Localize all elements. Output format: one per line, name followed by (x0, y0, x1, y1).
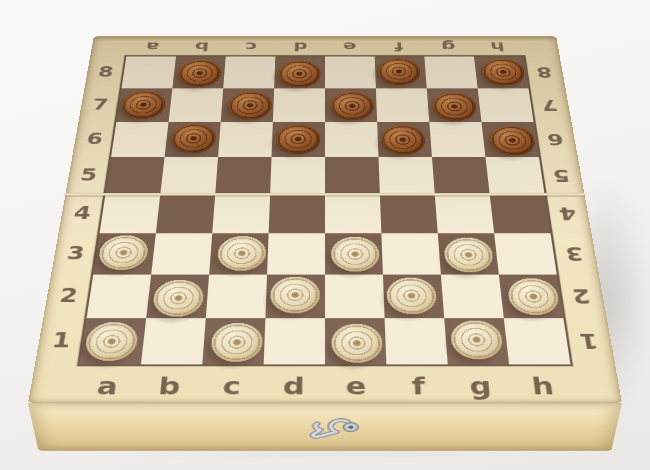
square-b5[interactable] (160, 157, 218, 194)
rank-label-right-1: 1 (567, 327, 611, 354)
piece-top (377, 58, 420, 85)
square-d4[interactable] (269, 194, 325, 233)
square-g2[interactable] (441, 275, 504, 319)
clasp-latch-icon (301, 416, 367, 439)
square-d1[interactable] (264, 318, 325, 364)
square-g8[interactable] (424, 56, 477, 88)
square-f7[interactable] (376, 88, 429, 122)
rank-label-right-6: 6 (537, 129, 575, 149)
rank-label-right-4: 4 (548, 202, 588, 225)
square-d3[interactable] (267, 233, 325, 274)
square-e5[interactable] (325, 157, 380, 194)
square-d5[interactable] (270, 157, 325, 194)
square-a8[interactable] (121, 56, 176, 88)
file-label-bottom-e: e (325, 371, 388, 401)
square-b7[interactable] (169, 88, 224, 122)
square-h4[interactable] (490, 194, 551, 233)
rank-label-left-8: 8 (88, 63, 124, 82)
file-label-bottom-f: f (387, 371, 451, 401)
file-label-top-g: g (423, 38, 474, 55)
square-h7[interactable] (478, 88, 534, 122)
board-surface: aabbccddeeffgghh8877665544332211 (28, 36, 622, 403)
square-d2[interactable] (265, 275, 325, 319)
rank-label-left-1: 1 (39, 327, 83, 354)
square-a3[interactable] (93, 233, 156, 274)
square-c6[interactable] (218, 122, 273, 157)
board-front-edge (28, 403, 622, 450)
piece-top (275, 124, 320, 153)
square-b3[interactable] (151, 233, 212, 274)
rank-label-right-2: 2 (560, 283, 603, 308)
square-e6[interactable] (325, 122, 378, 157)
square-a1[interactable] (80, 318, 147, 364)
checkers-board: aabbccddeeffgghh8877665544332211 (28, 36, 622, 403)
piece-top (330, 92, 374, 120)
square-h1[interactable] (504, 318, 571, 364)
rank-label-left-5: 5 (69, 164, 108, 186)
rank-label-right-7: 7 (531, 95, 568, 114)
square-d7[interactable] (273, 88, 325, 122)
piece-top (380, 125, 426, 154)
square-e8[interactable] (325, 56, 376, 88)
piece-top (277, 60, 320, 87)
square-f3[interactable] (381, 233, 441, 274)
file-label-bottom-h: h (510, 371, 576, 401)
square-g6[interactable] (429, 122, 485, 157)
rank-label-left-6: 6 (75, 129, 113, 149)
square-c5[interactable] (215, 157, 271, 194)
square-a6[interactable] (111, 122, 168, 157)
square-f4[interactable] (380, 194, 438, 233)
square-c3[interactable] (209, 233, 269, 274)
square-h3[interactable] (494, 233, 557, 274)
photo-scene: aabbccddeeffgghh8877665544332211 (0, 0, 650, 470)
square-c8[interactable] (223, 56, 275, 88)
square-a4[interactable] (99, 194, 160, 233)
square-h2[interactable] (499, 275, 564, 319)
rank-label-left-4: 4 (62, 202, 102, 225)
square-a2[interactable] (87, 275, 152, 319)
square-g3[interactable] (438, 233, 499, 274)
file-label-bottom-a: a (74, 371, 140, 401)
square-b1[interactable] (141, 318, 206, 364)
square-b4[interactable] (156, 194, 215, 233)
square-g4[interactable] (435, 194, 494, 233)
square-e2[interactable] (325, 275, 385, 319)
board-stage: aabbccddeeffgghh8877665544332211 (65, 0, 585, 457)
rank-label-right-8: 8 (526, 63, 562, 82)
rank-label-left-2: 2 (47, 283, 90, 308)
square-c2[interactable] (206, 275, 267, 319)
rank-label-left-3: 3 (55, 241, 96, 265)
square-b2[interactable] (146, 275, 209, 319)
file-label-bottom-d: d (262, 371, 325, 401)
square-c1[interactable] (202, 318, 265, 364)
file-label-bottom-g: g (448, 371, 513, 401)
file-label-top-h: h (472, 38, 524, 55)
file-label-top-c: c (226, 38, 276, 55)
square-e3[interactable] (325, 233, 383, 274)
square-c4[interactable] (212, 194, 270, 233)
file-label-top-d: d (275, 38, 325, 55)
square-e1[interactable] (325, 318, 386, 364)
file-label-bottom-c: c (199, 371, 263, 401)
square-f5[interactable] (378, 157, 434, 194)
file-label-bottom-b: b (137, 371, 202, 401)
square-e4[interactable] (325, 194, 381, 233)
rank-label-right-3: 3 (554, 241, 595, 265)
square-f1[interactable] (385, 318, 448, 364)
rank-label-right-5: 5 (542, 164, 581, 186)
file-label-top-f: f (374, 38, 424, 55)
square-g5[interactable] (432, 157, 490, 194)
square-g1[interactable] (444, 318, 509, 364)
square-a5[interactable] (105, 157, 164, 194)
file-label-top-e: e (325, 38, 375, 55)
square-f2[interactable] (383, 275, 444, 319)
file-label-top-a: a (127, 38, 179, 55)
square-h5[interactable] (485, 157, 544, 194)
file-label-top-b: b (176, 38, 227, 55)
